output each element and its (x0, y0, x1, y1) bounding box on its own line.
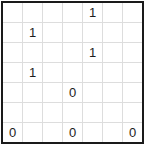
clue-cell[interactable]: 1 (23, 23, 42, 42)
grid-cell[interactable] (123, 23, 142, 42)
grid-cell[interactable] (23, 123, 42, 142)
grid-cell[interactable] (23, 83, 42, 102)
grid-cell[interactable] (103, 23, 122, 42)
grid-cell[interactable] (83, 103, 102, 122)
grid-cell[interactable] (83, 23, 102, 42)
grid-cell[interactable] (43, 3, 62, 22)
clue-cell[interactable]: 1 (23, 63, 42, 82)
grid-cell[interactable] (23, 43, 42, 62)
puzzle-page: 11110000 (0, 0, 150, 150)
grid-cell[interactable] (43, 103, 62, 122)
grid-cell[interactable] (43, 123, 62, 142)
grid-cell[interactable] (3, 43, 22, 62)
grid-cell[interactable] (23, 3, 42, 22)
clue-cell[interactable]: 0 (63, 123, 82, 142)
grid-cell[interactable] (103, 123, 122, 142)
grid-cell[interactable] (3, 103, 22, 122)
grid-cell[interactable] (123, 3, 142, 22)
grid-cell[interactable] (83, 63, 102, 82)
grid-cell[interactable] (63, 3, 82, 22)
grid-cell[interactable] (3, 63, 22, 82)
clue-cell[interactable]: 1 (83, 3, 102, 22)
puzzle-grid: 11110000 (1, 1, 144, 144)
grid-cell[interactable] (123, 43, 142, 62)
grid-cell[interactable] (103, 43, 122, 62)
grid-cell[interactable] (3, 3, 22, 22)
clue-cell[interactable]: 0 (123, 123, 142, 142)
grid-cell[interactable] (63, 103, 82, 122)
grid-cell[interactable] (43, 23, 62, 42)
grid-cell[interactable] (23, 103, 42, 122)
grid-cell[interactable] (63, 63, 82, 82)
grid-cell[interactable] (123, 63, 142, 82)
grid-cell[interactable] (83, 83, 102, 102)
grid-cell[interactable] (123, 103, 142, 122)
clue-cell[interactable]: 1 (83, 43, 102, 62)
clue-cell[interactable]: 0 (3, 123, 22, 142)
grid-cell[interactable] (3, 23, 22, 42)
grid-cell[interactable] (123, 83, 142, 102)
grid-cell[interactable] (63, 43, 82, 62)
grid-cell[interactable] (43, 63, 62, 82)
grid-cell[interactable] (83, 123, 102, 142)
grid-cell[interactable] (103, 63, 122, 82)
grid-cell[interactable] (103, 83, 122, 102)
grid-cell[interactable] (3, 83, 22, 102)
grid-cell[interactable] (43, 43, 62, 62)
clue-cell[interactable]: 0 (63, 83, 82, 102)
grid-cell[interactable] (43, 83, 62, 102)
grid-cell[interactable] (63, 23, 82, 42)
grid-cell[interactable] (103, 103, 122, 122)
grid-cell[interactable] (103, 3, 122, 22)
